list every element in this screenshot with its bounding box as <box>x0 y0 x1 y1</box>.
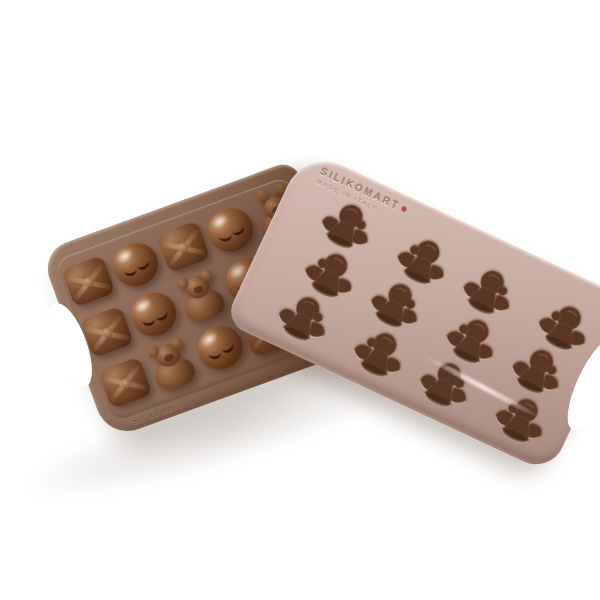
bauble-s2-part <box>134 256 151 272</box>
gift-chocolate <box>156 221 210 273</box>
bauble-chocolate <box>107 237 164 293</box>
silikomart-logo-dot <box>401 206 408 213</box>
bauble-shine-part <box>114 245 136 266</box>
bauble-s2-part <box>153 307 170 323</box>
bauble-chocolate <box>125 287 182 343</box>
bauble-shine-part <box>209 211 231 232</box>
bauble-s2-part <box>219 340 236 356</box>
bear-chocolate <box>172 269 230 326</box>
product-photo: silikomart SILIKOMART MADE IN ITALY <box>0 0 600 600</box>
bauble-chocolate <box>202 202 259 258</box>
bauble-s1-part <box>122 264 137 277</box>
bauble-s2-part <box>230 221 247 237</box>
bauble-s1-part <box>141 314 156 327</box>
bauble-s1-part <box>207 347 222 360</box>
